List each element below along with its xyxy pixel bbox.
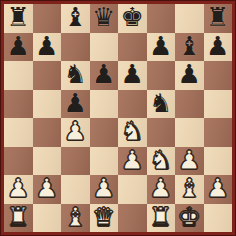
square-b6[interactable] bbox=[33, 61, 62, 90]
piece-white-pawn-h2[interactable]: ♟ bbox=[206, 175, 229, 201]
piece-black-pawn-f7[interactable]: ♟ bbox=[149, 33, 172, 59]
piece-black-rook-h8[interactable]: ♜ bbox=[206, 4, 229, 30]
square-c1[interactable]: ♝ bbox=[61, 204, 90, 233]
square-g5[interactable] bbox=[175, 90, 204, 119]
square-g4[interactable] bbox=[175, 118, 204, 147]
square-c3[interactable] bbox=[61, 147, 90, 176]
square-a1[interactable]: ♜ bbox=[4, 204, 33, 233]
square-h7[interactable]: ♟ bbox=[204, 33, 233, 62]
piece-white-pawn-a2[interactable]: ♟ bbox=[7, 175, 30, 201]
piece-white-pawn-g3[interactable]: ♟ bbox=[178, 147, 201, 173]
chess-board: ♜♝♛♚♜♟♟♟♝♟♞♟♟♟♟♞♟♞♟♞♟♟♟♟♟♝♟♜♝♛♜♚ bbox=[4, 4, 232, 232]
piece-white-king-g1[interactable]: ♚ bbox=[178, 204, 201, 230]
square-a5[interactable] bbox=[4, 90, 33, 119]
piece-white-pawn-e3[interactable]: ♟ bbox=[121, 147, 144, 173]
square-b7[interactable]: ♟ bbox=[33, 33, 62, 62]
square-d4[interactable] bbox=[90, 118, 119, 147]
piece-black-pawn-c5[interactable]: ♟ bbox=[64, 90, 87, 116]
square-h2[interactable]: ♟ bbox=[204, 175, 233, 204]
square-f4[interactable] bbox=[147, 118, 176, 147]
square-b4[interactable] bbox=[33, 118, 62, 147]
piece-black-king-e8[interactable]: ♚ bbox=[121, 4, 144, 30]
piece-black-pawn-g6[interactable]: ♟ bbox=[178, 61, 201, 87]
square-h3[interactable] bbox=[204, 147, 233, 176]
piece-white-bishop-g2[interactable]: ♝ bbox=[178, 175, 201, 201]
square-b8[interactable] bbox=[33, 4, 62, 33]
square-h4[interactable] bbox=[204, 118, 233, 147]
square-b2[interactable]: ♟ bbox=[33, 175, 62, 204]
square-e2[interactable] bbox=[118, 175, 147, 204]
square-h8[interactable]: ♜ bbox=[204, 4, 233, 33]
square-e7[interactable] bbox=[118, 33, 147, 62]
square-c8[interactable]: ♝ bbox=[61, 4, 90, 33]
square-d3[interactable] bbox=[90, 147, 119, 176]
square-g2[interactable]: ♝ bbox=[175, 175, 204, 204]
square-c2[interactable] bbox=[61, 175, 90, 204]
board-frame: ♜♝♛♚♜♟♟♟♝♟♞♟♟♟♟♞♟♞♟♞♟♟♟♟♟♝♟♜♝♛♜♚ bbox=[0, 0, 236, 236]
square-f1[interactable]: ♜ bbox=[147, 204, 176, 233]
piece-white-bishop-c1[interactable]: ♝ bbox=[64, 204, 87, 230]
square-b5[interactable] bbox=[33, 90, 62, 119]
square-e6[interactable]: ♟ bbox=[118, 61, 147, 90]
piece-white-pawn-f2[interactable]: ♟ bbox=[149, 175, 172, 201]
square-h6[interactable] bbox=[204, 61, 233, 90]
square-g6[interactable]: ♟ bbox=[175, 61, 204, 90]
square-d5[interactable] bbox=[90, 90, 119, 119]
piece-white-knight-f3[interactable]: ♞ bbox=[149, 147, 172, 173]
piece-black-pawn-e6[interactable]: ♟ bbox=[121, 61, 144, 87]
square-h5[interactable] bbox=[204, 90, 233, 119]
square-c5[interactable]: ♟ bbox=[61, 90, 90, 119]
square-d7[interactable] bbox=[90, 33, 119, 62]
piece-black-knight-f5[interactable]: ♞ bbox=[149, 90, 172, 116]
piece-white-pawn-c4[interactable]: ♟ bbox=[64, 118, 87, 144]
square-a3[interactable] bbox=[4, 147, 33, 176]
square-e1[interactable] bbox=[118, 204, 147, 233]
square-a4[interactable] bbox=[4, 118, 33, 147]
square-c7[interactable] bbox=[61, 33, 90, 62]
square-f8[interactable] bbox=[147, 4, 176, 33]
square-a6[interactable] bbox=[4, 61, 33, 90]
square-c6[interactable]: ♞ bbox=[61, 61, 90, 90]
piece-white-pawn-d2[interactable]: ♟ bbox=[92, 175, 115, 201]
piece-black-knight-c6[interactable]: ♞ bbox=[64, 61, 87, 87]
square-a8[interactable]: ♜ bbox=[4, 4, 33, 33]
piece-white-rook-f1[interactable]: ♜ bbox=[149, 204, 172, 230]
piece-white-rook-a1[interactable]: ♜ bbox=[7, 204, 30, 230]
piece-white-queen-d1[interactable]: ♛ bbox=[92, 204, 115, 230]
square-a7[interactable]: ♟ bbox=[4, 33, 33, 62]
square-g7[interactable]: ♝ bbox=[175, 33, 204, 62]
square-f5[interactable]: ♞ bbox=[147, 90, 176, 119]
square-c4[interactable]: ♟ bbox=[61, 118, 90, 147]
piece-black-rook-a8[interactable]: ♜ bbox=[7, 4, 30, 30]
piece-black-bishop-g7[interactable]: ♝ bbox=[178, 33, 201, 59]
square-d8[interactable]: ♛ bbox=[90, 4, 119, 33]
piece-black-pawn-a7[interactable]: ♟ bbox=[7, 33, 30, 59]
square-b1[interactable] bbox=[33, 204, 62, 233]
square-d6[interactable]: ♟ bbox=[90, 61, 119, 90]
square-h1[interactable] bbox=[204, 204, 233, 233]
square-d1[interactable]: ♛ bbox=[90, 204, 119, 233]
square-f2[interactable]: ♟ bbox=[147, 175, 176, 204]
piece-black-pawn-b7[interactable]: ♟ bbox=[35, 33, 58, 59]
square-g1[interactable]: ♚ bbox=[175, 204, 204, 233]
square-a2[interactable]: ♟ bbox=[4, 175, 33, 204]
square-f3[interactable]: ♞ bbox=[147, 147, 176, 176]
square-b3[interactable] bbox=[33, 147, 62, 176]
square-e8[interactable]: ♚ bbox=[118, 4, 147, 33]
square-g3[interactable]: ♟ bbox=[175, 147, 204, 176]
piece-black-bishop-c8[interactable]: ♝ bbox=[64, 4, 87, 30]
square-f7[interactable]: ♟ bbox=[147, 33, 176, 62]
piece-black-queen-d8[interactable]: ♛ bbox=[92, 4, 115, 30]
piece-black-pawn-h7[interactable]: ♟ bbox=[206, 33, 229, 59]
piece-white-knight-e4[interactable]: ♞ bbox=[121, 118, 144, 144]
square-e4[interactable]: ♞ bbox=[118, 118, 147, 147]
square-e3[interactable]: ♟ bbox=[118, 147, 147, 176]
square-f6[interactable] bbox=[147, 61, 176, 90]
square-e5[interactable] bbox=[118, 90, 147, 119]
piece-white-pawn-b2[interactable]: ♟ bbox=[35, 175, 58, 201]
square-d2[interactable]: ♟ bbox=[90, 175, 119, 204]
square-g8[interactable] bbox=[175, 4, 204, 33]
piece-black-pawn-d6[interactable]: ♟ bbox=[92, 61, 115, 87]
